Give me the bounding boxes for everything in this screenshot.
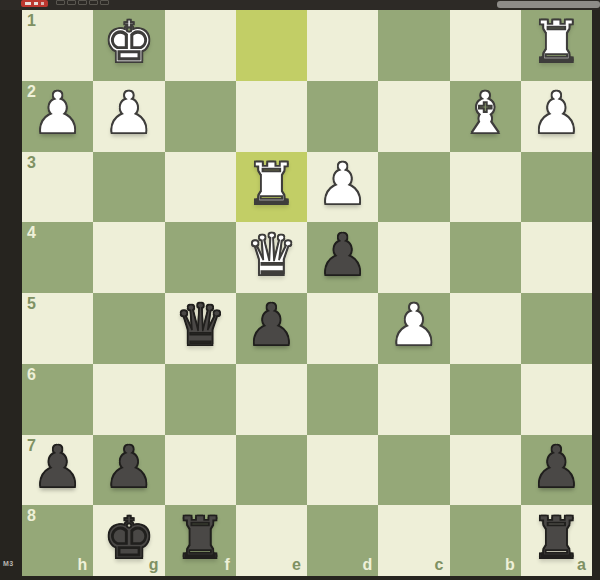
square-e7[interactable] [236,435,307,506]
square-e6[interactable] [236,364,307,435]
rank-label-8: 8 [27,508,36,524]
square-c6[interactable] [378,364,449,435]
square-g6[interactable] [93,364,164,435]
square-a7[interactable]: ♟︎ [521,435,592,506]
piece-white-king-g1[interactable]: ♚︎ [103,13,155,71]
square-f2[interactable] [165,81,236,152]
square-d7[interactable] [307,435,378,506]
square-b1[interactable] [450,10,521,81]
square-b6[interactable] [450,364,521,435]
square-d6[interactable] [307,364,378,435]
square-f1[interactable] [165,10,236,81]
piece-black-pawn-d4[interactable]: ♟︎ [317,226,369,284]
piece-white-pawn-d3[interactable]: ♟︎ [317,155,369,213]
piece-black-pawn-h7[interactable]: ♟︎ [32,438,84,496]
file-label-h: h [77,557,87,573]
file-label-c: c [435,557,444,573]
rank-label-5: 5 [27,296,36,312]
square-g1[interactable]: ♚︎ [93,10,164,81]
square-e4[interactable]: ♛︎ [236,222,307,293]
square-e5[interactable]: ♟︎ [236,293,307,364]
piece-black-rook-a8[interactable]: ♜︎ [530,509,582,567]
square-f5[interactable]: ♛︎ [165,293,236,364]
topbar-chip [78,0,87,5]
square-h3[interactable]: 3 [22,152,93,223]
topbar-chip [89,0,98,5]
square-h5[interactable]: 5 [22,293,93,364]
square-b5[interactable] [450,293,521,364]
square-g2[interactable]: ♟︎ [93,81,164,152]
square-h6[interactable]: 6 [22,364,93,435]
piece-black-queen-f5[interactable]: ♛︎ [174,296,226,354]
piece-white-bishop-b2[interactable]: ♝︎ [459,84,511,142]
piece-white-rook-a1[interactable]: ♜︎ [530,13,582,71]
piece-white-rook-e3[interactable]: ♜︎ [245,155,297,213]
square-f8[interactable]: f♜︎ [165,505,236,576]
square-e1[interactable] [236,10,307,81]
square-d3[interactable]: ♟︎ [307,152,378,223]
square-d1[interactable] [307,10,378,81]
square-d8[interactable]: d [307,505,378,576]
topbar-chip [100,0,109,5]
square-a6[interactable] [521,364,592,435]
square-d2[interactable] [307,81,378,152]
square-c4[interactable] [378,222,449,293]
browser-favicon-red[interactable] [21,0,48,7]
topbar-chip [56,0,65,5]
square-f7[interactable] [165,435,236,506]
square-e8[interactable]: e [236,505,307,576]
piece-black-king-g8[interactable]: ♚︎ [103,509,155,567]
topbar-chip [67,0,76,5]
square-d4[interactable]: ♟︎ [307,222,378,293]
file-label-e: e [292,557,301,573]
square-a5[interactable] [521,293,592,364]
file-label-b: b [505,557,515,573]
square-c8[interactable]: c [378,505,449,576]
square-a2[interactable]: ♟︎ [521,81,592,152]
square-h1[interactable]: 1 [22,10,93,81]
square-c7[interactable] [378,435,449,506]
square-h2[interactable]: 2♟︎ [22,81,93,152]
square-h4[interactable]: 4 [22,222,93,293]
square-c1[interactable] [378,10,449,81]
square-f4[interactable] [165,222,236,293]
square-g3[interactable] [93,152,164,223]
square-b2[interactable]: ♝︎ [450,81,521,152]
rank-label-1: 1 [27,13,36,29]
square-f3[interactable] [165,152,236,223]
piece-black-pawn-e5[interactable]: ♟︎ [245,296,297,354]
square-b7[interactable] [450,435,521,506]
piece-black-pawn-a7[interactable]: ♟︎ [530,438,582,496]
favicon-mark [41,2,44,5]
piece-white-pawn-g2[interactable]: ♟︎ [103,84,155,142]
square-d5[interactable] [307,293,378,364]
rank-label-4: 4 [27,225,36,241]
favicon-mark [34,2,38,5]
square-a8[interactable]: a♜︎ [521,505,592,576]
square-g8[interactable]: g♚︎ [93,505,164,576]
m3-label: M3 [3,560,14,567]
square-h8[interactable]: 8h [22,505,93,576]
square-c2[interactable] [378,81,449,152]
piece-white-pawn-c5[interactable]: ♟︎ [388,296,440,354]
favicon-mark [25,2,31,5]
left-sidebar-strip: M3 [0,0,22,580]
rank-label-3: 3 [27,155,36,171]
chess-board[interactable]: 1♚︎♜︎2♟︎♟︎♝︎♟︎3♜︎♟︎4♛︎♟︎5♛︎♟︎♟︎67♟︎♟︎♟︎8… [22,10,592,576]
browser-tab-gray[interactable] [497,1,600,8]
square-e2[interactable] [236,81,307,152]
square-f6[interactable] [165,364,236,435]
square-b8[interactable]: b [450,505,521,576]
square-g5[interactable] [93,293,164,364]
square-e3[interactable]: ♜︎ [236,152,307,223]
square-a1[interactable]: ♜︎ [521,10,592,81]
square-a3[interactable] [521,152,592,223]
square-c5[interactable]: ♟︎ [378,293,449,364]
square-b4[interactable] [450,222,521,293]
square-h7[interactable]: 7♟︎ [22,435,93,506]
file-label-d: d [362,557,372,573]
piece-white-queen-e4[interactable]: ♛︎ [245,226,297,284]
rank-label-6: 6 [27,367,36,383]
square-c3[interactable] [378,152,449,223]
piece-white-pawn-a2[interactable]: ♟︎ [530,84,582,142]
square-b3[interactable] [450,152,521,223]
square-g4[interactable] [93,222,164,293]
square-g7[interactable]: ♟︎ [93,435,164,506]
piece-white-pawn-h2[interactable]: ♟︎ [32,84,84,142]
piece-black-pawn-g7[interactable]: ♟︎ [103,438,155,496]
square-a4[interactable] [521,222,592,293]
browser-topbar [0,0,600,10]
piece-black-rook-f8[interactable]: ♜︎ [174,509,226,567]
